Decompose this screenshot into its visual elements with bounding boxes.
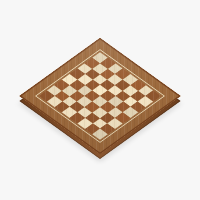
chess-board — [19, 38, 180, 154]
photo-background — [0, 0, 200, 200]
